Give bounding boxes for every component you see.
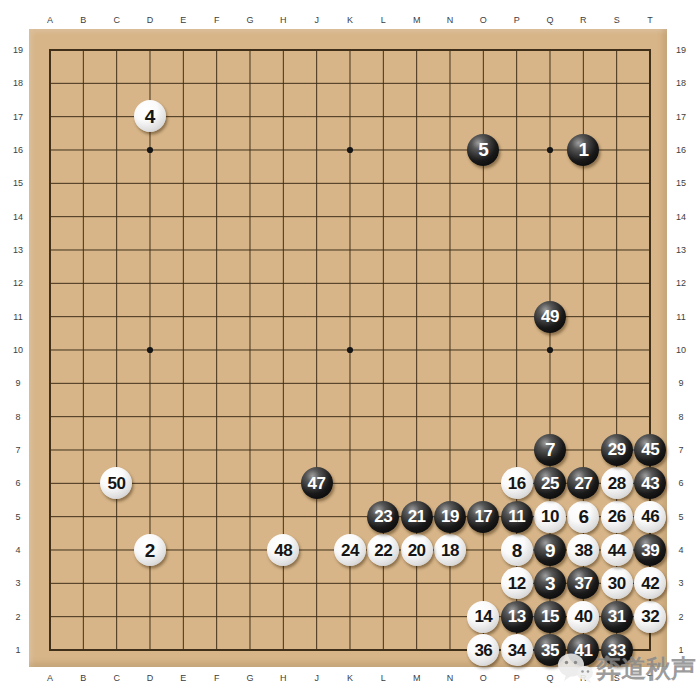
move-number: 40	[574, 608, 592, 625]
col-label-top: B	[71, 14, 95, 26]
col-label-top: S	[605, 14, 629, 26]
col-label-bottom: K	[338, 672, 362, 684]
col-label-top: T	[638, 14, 662, 26]
col-label-bottom: B	[71, 672, 95, 684]
go-stone-white-26: 26	[601, 501, 633, 533]
col-label-bottom: E	[171, 672, 195, 684]
move-number: 31	[608, 608, 626, 625]
move-number: 4	[145, 107, 155, 126]
move-number: 46	[641, 508, 659, 525]
move-number: 39	[641, 542, 659, 559]
go-stone-white-24: 24	[334, 534, 366, 566]
row-label-left: 9	[6, 377, 30, 389]
col-label-bottom: C	[105, 672, 129, 684]
row-label-right: 17	[669, 111, 693, 123]
row-label-left: 11	[6, 311, 30, 323]
row-label-right: 15	[669, 177, 693, 189]
go-stone-white-50: 50	[100, 467, 132, 499]
move-number: 12	[508, 575, 526, 592]
col-label-top: P	[505, 14, 529, 26]
col-label-bottom: H	[271, 672, 295, 684]
move-number: 1	[578, 140, 588, 159]
row-label-right: 7	[669, 444, 693, 456]
col-label-top: L	[371, 14, 395, 26]
move-number: 50	[107, 475, 125, 492]
go-stone-white-4: 4	[134, 100, 166, 132]
go-stone-white-12: 12	[501, 567, 533, 599]
row-label-right: 5	[669, 511, 693, 523]
col-label-top: M	[405, 14, 429, 26]
move-number: 8	[512, 541, 522, 560]
row-label-left: 12	[6, 277, 30, 289]
col-label-top: C	[105, 14, 129, 26]
move-number: 38	[574, 542, 592, 559]
col-label-bottom: F	[205, 672, 229, 684]
row-label-right: 4	[669, 544, 693, 556]
move-number: 22	[374, 542, 392, 559]
go-stone-black-1: 1	[567, 134, 599, 166]
go-stone-white-36: 36	[467, 634, 499, 666]
move-number: 7	[545, 440, 555, 459]
go-stone-black-25: 25	[534, 467, 566, 499]
row-label-right: 10	[669, 344, 693, 356]
go-stone-black-5: 5	[467, 134, 499, 166]
row-label-right: 12	[669, 277, 693, 289]
row-label-left: 3	[6, 577, 30, 589]
go-stone-white-10: 10	[534, 501, 566, 533]
move-number: 13	[508, 608, 526, 625]
row-label-right: 19	[669, 44, 693, 56]
go-stone-black-23: 23	[367, 501, 399, 533]
move-number: 9	[545, 541, 555, 560]
col-label-top: R	[571, 14, 595, 26]
row-label-left: 6	[6, 477, 30, 489]
col-label-top: H	[271, 14, 295, 26]
go-stone-white-38: 38	[567, 534, 599, 566]
row-label-left: 10	[6, 344, 30, 356]
row-label-right: 2	[669, 611, 693, 623]
go-stone-black-43: 43	[634, 467, 666, 499]
row-label-right: 8	[669, 411, 693, 423]
col-label-top: D	[138, 14, 162, 26]
row-label-left: 7	[6, 444, 30, 456]
move-number: 36	[474, 642, 492, 659]
go-stone-white-34: 34	[501, 634, 533, 666]
go-stone-white-2: 2	[134, 534, 166, 566]
move-number: 47	[308, 475, 326, 492]
stones-layer: 1234567891011121314151617181920212223242…	[33, 33, 667, 667]
col-label-top: J	[305, 14, 329, 26]
go-stone-white-6: 6	[567, 501, 599, 533]
row-label-left: 8	[6, 411, 30, 423]
row-label-left: 18	[6, 77, 30, 89]
move-number: 25	[541, 475, 559, 492]
move-number: 34	[508, 642, 526, 659]
move-number: 6	[578, 507, 588, 526]
wechat-icon	[556, 650, 594, 686]
move-number: 23	[374, 508, 392, 525]
move-number: 5	[478, 140, 488, 159]
col-label-top: A	[38, 14, 62, 26]
col-label-top: E	[171, 14, 195, 26]
row-label-right: 3	[669, 577, 693, 589]
row-label-right: 11	[669, 311, 693, 323]
move-number: 2	[145, 541, 155, 560]
row-label-right: 9	[669, 377, 693, 389]
row-label-left: 17	[6, 111, 30, 123]
col-label-bottom: P	[505, 672, 529, 684]
go-stone-white-42: 42	[634, 567, 666, 599]
move-number: 20	[408, 542, 426, 559]
go-stone-white-14: 14	[467, 601, 499, 633]
row-label-right: 18	[669, 77, 693, 89]
col-label-bottom: O	[471, 672, 495, 684]
go-stone-black-17: 17	[467, 501, 499, 533]
move-number: 45	[641, 441, 659, 458]
watermark: 弈道秋声	[556, 648, 696, 688]
go-stone-white-44: 44	[601, 534, 633, 566]
move-number: 19	[441, 508, 459, 525]
move-number: 43	[641, 475, 659, 492]
go-stone-white-16: 16	[501, 467, 533, 499]
row-label-right: 16	[669, 144, 693, 156]
move-number: 44	[608, 542, 626, 559]
go-stone-white-40: 40	[567, 601, 599, 633]
move-number: 30	[608, 575, 626, 592]
go-stone-black-45: 45	[634, 434, 666, 466]
row-label-left: 14	[6, 211, 30, 223]
row-label-right: 6	[669, 477, 693, 489]
move-number: 49	[541, 308, 559, 325]
go-stone-black-21: 21	[401, 501, 433, 533]
go-stone-black-9: 9	[534, 534, 566, 566]
row-label-left: 1	[6, 644, 30, 656]
row-label-left: 15	[6, 177, 30, 189]
go-stone-black-49: 49	[534, 301, 566, 333]
go-stone-white-48: 48	[267, 534, 299, 566]
row-label-left: 2	[6, 611, 30, 623]
go-stone-black-7: 7	[534, 434, 566, 466]
move-number: 32	[641, 608, 659, 625]
go-stone-black-37: 37	[567, 567, 599, 599]
watermark-text: 弈道秋声	[596, 652, 696, 685]
go-stone-black-11: 11	[501, 501, 533, 533]
col-label-top: Q	[538, 14, 562, 26]
move-number: 29	[608, 441, 626, 458]
go-stone-black-3: 3	[534, 567, 566, 599]
move-number: 26	[608, 508, 626, 525]
row-label-right: 14	[669, 211, 693, 223]
go-stone-black-29: 29	[601, 434, 633, 466]
col-label-bottom: J	[305, 672, 329, 684]
col-label-bottom: L	[371, 672, 395, 684]
go-stone-white-28: 28	[601, 467, 633, 499]
move-number: 17	[474, 508, 492, 525]
row-label-left: 4	[6, 544, 30, 556]
move-number: 27	[574, 475, 592, 492]
go-stone-black-27: 27	[567, 467, 599, 499]
go-stone-black-19: 19	[434, 501, 466, 533]
go-stone-white-30: 30	[601, 567, 633, 599]
go-stone-black-47: 47	[301, 467, 333, 499]
col-label-bottom: G	[238, 672, 262, 684]
col-label-bottom: M	[405, 672, 429, 684]
row-label-left: 13	[6, 244, 30, 256]
move-number: 24	[341, 542, 359, 559]
go-stone-black-13: 13	[501, 601, 533, 633]
col-label-top: F	[205, 14, 229, 26]
move-number: 37	[574, 575, 592, 592]
row-label-left: 19	[6, 44, 30, 56]
move-number: 28	[608, 475, 626, 492]
go-stone-white-8: 8	[501, 534, 533, 566]
move-number: 42	[641, 575, 659, 592]
col-label-top: K	[338, 14, 362, 26]
move-number: 14	[474, 608, 492, 625]
go-stone-white-20: 20	[401, 534, 433, 566]
go-stone-white-22: 22	[367, 534, 399, 566]
move-number: 3	[545, 574, 555, 593]
go-stone-white-46: 46	[634, 501, 666, 533]
go-stone-white-18: 18	[434, 534, 466, 566]
go-stone-black-31: 31	[601, 601, 633, 633]
col-label-bottom: D	[138, 672, 162, 684]
col-label-bottom: N	[438, 672, 462, 684]
col-label-top: O	[471, 14, 495, 26]
go-diagram-page: ABCDEFGHJKLMNOPQRST ABCDEFGHJKLMNOPQRST …	[0, 0, 700, 700]
row-label-left: 5	[6, 511, 30, 523]
move-number: 15	[541, 608, 559, 625]
move-number: 10	[541, 508, 559, 525]
go-stone-black-39: 39	[634, 534, 666, 566]
col-label-top: G	[238, 14, 262, 26]
move-number: 18	[441, 542, 459, 559]
row-label-right: 13	[669, 244, 693, 256]
move-number: 48	[274, 542, 292, 559]
col-label-top: N	[438, 14, 462, 26]
col-label-bottom: A	[38, 672, 62, 684]
move-number: 11	[508, 508, 525, 525]
row-label-left: 16	[6, 144, 30, 156]
move-number: 16	[508, 475, 526, 492]
move-number: 21	[408, 508, 426, 525]
go-stone-white-32: 32	[634, 601, 666, 633]
go-stone-black-15: 15	[534, 601, 566, 633]
